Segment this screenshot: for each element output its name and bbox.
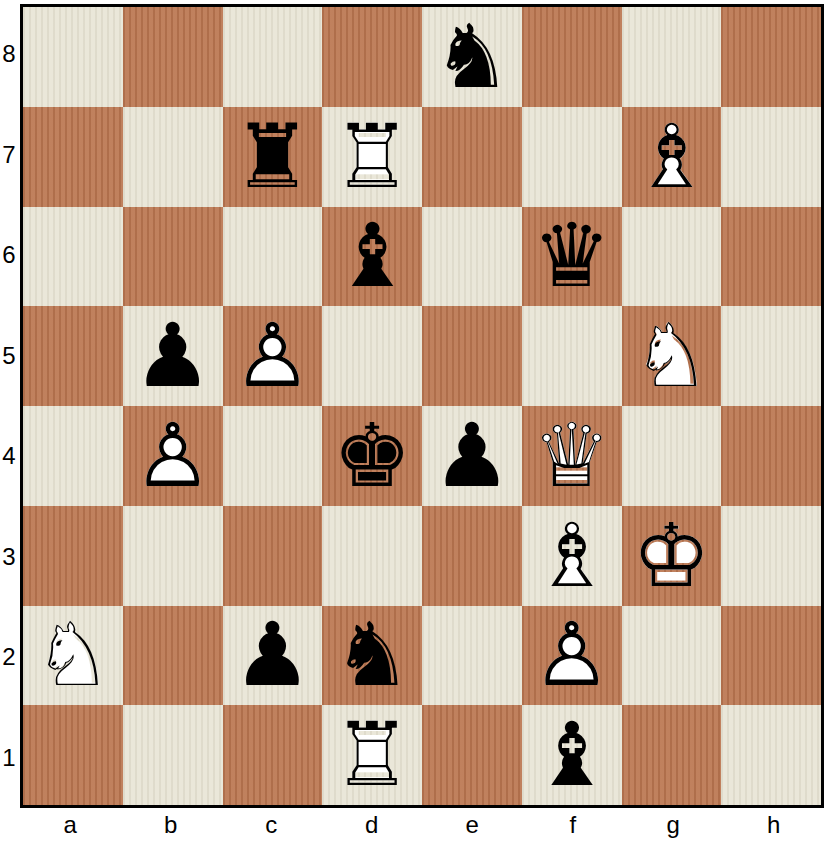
white-queen: ♛♕: [522, 406, 622, 506]
white-rook: ♜♖: [322, 107, 422, 207]
square-d3[interactable]: [322, 506, 422, 606]
square-d2[interactable]: ♞: [322, 606, 422, 706]
square-a5[interactable]: [23, 306, 123, 406]
square-b1[interactable]: [123, 705, 223, 805]
square-h3[interactable]: [721, 506, 821, 606]
square-c8[interactable]: [223, 7, 323, 107]
square-e1[interactable]: [422, 705, 522, 805]
square-h5[interactable]: [721, 306, 821, 406]
white-bishop-outline: ♗: [622, 107, 722, 207]
white-knight: ♞♘: [622, 306, 722, 406]
file-label-d: d: [322, 808, 423, 842]
square-d1[interactable]: ♜♖: [322, 705, 422, 805]
square-f6[interactable]: ♛: [522, 207, 622, 307]
square-f4[interactable]: ♛♕: [522, 406, 622, 506]
file-label-h: h: [724, 808, 825, 842]
square-c7[interactable]: ♜: [223, 107, 323, 207]
square-c1[interactable]: [223, 705, 323, 805]
square-f5[interactable]: [522, 306, 622, 406]
square-e2[interactable]: [422, 606, 522, 706]
black-knight: ♞: [432, 13, 511, 101]
square-a4[interactable]: [23, 406, 123, 506]
white-knight-outline: ♘: [23, 606, 123, 706]
square-a3[interactable]: [23, 506, 123, 606]
rank-label-7: 7: [0, 105, 18, 206]
white-pawn: ♟♙: [123, 406, 223, 506]
white-bishop-outline: ♗: [522, 506, 622, 606]
square-a1[interactable]: [23, 705, 123, 805]
square-e6[interactable]: [422, 207, 522, 307]
square-g8[interactable]: [622, 7, 722, 107]
square-c4[interactable]: [223, 406, 323, 506]
rank-label-1: 1: [0, 708, 18, 809]
square-a7[interactable]: [23, 107, 123, 207]
square-e7[interactable]: [422, 107, 522, 207]
square-h4[interactable]: [721, 406, 821, 506]
white-queen-outline: ♕: [522, 406, 622, 506]
rank-label-2: 2: [0, 607, 18, 708]
file-label-f: f: [523, 808, 624, 842]
square-b5[interactable]: ♟: [123, 306, 223, 406]
square-g5[interactable]: ♞♘: [622, 306, 722, 406]
square-e5[interactable]: [422, 306, 522, 406]
white-rook-outline: ♖: [322, 705, 422, 805]
square-b6[interactable]: [123, 207, 223, 307]
white-rook-outline: ♖: [322, 107, 422, 207]
file-label-c: c: [221, 808, 322, 842]
square-h6[interactable]: [721, 207, 821, 307]
white-knight-outline: ♘: [622, 306, 722, 406]
square-g7[interactable]: ♝♗: [622, 107, 722, 207]
square-g2[interactable]: [622, 606, 722, 706]
square-g6[interactable]: [622, 207, 722, 307]
black-bishop: ♝: [333, 212, 412, 300]
black-rook: ♜: [233, 113, 312, 201]
rank-labels: 8 7 6 5 4 3 2 1: [0, 4, 18, 808]
rank-label-4: 4: [0, 406, 18, 507]
square-a8[interactable]: [23, 7, 123, 107]
white-pawn: ♟♙: [223, 306, 323, 406]
white-pawn: ♟♙: [522, 606, 622, 706]
black-pawn: ♟: [432, 412, 511, 500]
square-h2[interactable]: [721, 606, 821, 706]
square-b4[interactable]: ♟♙: [123, 406, 223, 506]
rank-label-6: 6: [0, 205, 18, 306]
file-label-g: g: [623, 808, 724, 842]
square-b7[interactable]: [123, 107, 223, 207]
square-a6[interactable]: [23, 207, 123, 307]
square-g3[interactable]: ♚♔: [622, 506, 722, 606]
square-f3[interactable]: ♝♗: [522, 506, 622, 606]
square-a2[interactable]: ♞♘: [23, 606, 123, 706]
white-bishop: ♝♗: [622, 107, 722, 207]
white-rook: ♜♖: [322, 705, 422, 805]
chess-diagram: 8 7 6 5 4 3 2 1 ♞♜♜♖♝♗♝♛♟♟♙♞♘♟♙♚♟♛♕♝♗♚♔♞…: [0, 0, 835, 842]
file-labels: a b c d e f g h: [20, 808, 824, 842]
square-d5[interactable]: [322, 306, 422, 406]
square-c5[interactable]: ♟♙: [223, 306, 323, 406]
white-bishop: ♝♗: [522, 506, 622, 606]
black-queen: ♛: [532, 212, 611, 300]
square-f2[interactable]: ♟♙: [522, 606, 622, 706]
square-d4[interactable]: ♚: [322, 406, 422, 506]
black-pawn: ♟: [233, 611, 312, 699]
square-b2[interactable]: [123, 606, 223, 706]
square-d8[interactable]: [322, 7, 422, 107]
square-f7[interactable]: [522, 107, 622, 207]
square-h1[interactable]: [721, 705, 821, 805]
square-e8[interactable]: ♞: [422, 7, 522, 107]
square-f1[interactable]: ♝: [522, 705, 622, 805]
rank-label-5: 5: [0, 306, 18, 407]
square-b8[interactable]: [123, 7, 223, 107]
rank-label-3: 3: [0, 507, 18, 608]
file-label-b: b: [121, 808, 222, 842]
square-c2[interactable]: ♟: [223, 606, 323, 706]
white-knight: ♞♘: [23, 606, 123, 706]
black-bishop: ♝: [532, 711, 611, 799]
square-b3[interactable]: [123, 506, 223, 606]
white-pawn-outline: ♙: [223, 306, 323, 406]
black-knight: ♞: [333, 611, 412, 699]
white-king: ♚♔: [622, 506, 722, 606]
square-g4[interactable]: [622, 406, 722, 506]
square-h8[interactable]: [721, 7, 821, 107]
file-label-a: a: [20, 808, 121, 842]
square-h7[interactable]: [721, 107, 821, 207]
chess-board: ♞♜♜♖♝♗♝♛♟♟♙♞♘♟♙♚♟♛♕♝♗♚♔♞♘♟♞♟♙♜♖♝: [20, 4, 824, 808]
black-king: ♚: [333, 412, 412, 500]
white-pawn-outline: ♙: [123, 406, 223, 506]
black-pawn: ♟: [133, 312, 212, 400]
rank-label-8: 8: [0, 4, 18, 105]
white-king-outline: ♔: [622, 506, 722, 606]
file-label-e: e: [422, 808, 523, 842]
square-c6[interactable]: [223, 207, 323, 307]
square-e4[interactable]: ♟: [422, 406, 522, 506]
white-pawn-outline: ♙: [522, 606, 622, 706]
square-g1[interactable]: [622, 705, 722, 805]
square-d7[interactable]: ♜♖: [322, 107, 422, 207]
square-d6[interactable]: ♝: [322, 207, 422, 307]
square-c3[interactable]: [223, 506, 323, 606]
square-f8[interactable]: [522, 7, 622, 107]
square-e3[interactable]: [422, 506, 522, 606]
